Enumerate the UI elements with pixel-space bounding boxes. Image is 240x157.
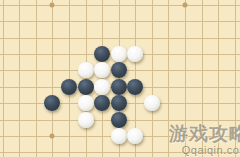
black-stone <box>111 79 127 95</box>
white-stone <box>127 128 143 144</box>
white-stone <box>78 95 94 111</box>
grid-line-horizontal <box>0 21 240 22</box>
grid-line-horizontal <box>0 152 240 153</box>
grid-line-vertical <box>19 0 20 157</box>
white-stone <box>94 79 110 95</box>
grid-line-vertical <box>202 0 203 157</box>
grid-line-vertical <box>3 0 4 157</box>
star-point <box>182 3 187 8</box>
white-stone <box>78 62 94 78</box>
watermark-url: Qqaiqin.com <box>169 145 240 156</box>
black-stone <box>127 79 143 95</box>
watermark-title: 游戏攻略 <box>169 124 240 143</box>
grid-line-vertical <box>235 0 236 157</box>
white-stone <box>78 112 94 128</box>
black-stone <box>78 79 94 95</box>
black-stone <box>111 112 127 128</box>
grid-line-vertical <box>168 0 169 157</box>
star-point <box>182 133 187 138</box>
gomoku-board[interactable]: 游戏攻略 Qqaiqin.com <box>0 0 240 157</box>
white-stone <box>144 95 160 111</box>
grid-line-vertical <box>218 0 219 157</box>
star-point <box>50 133 55 138</box>
black-stone <box>111 62 127 78</box>
black-stone <box>61 79 77 95</box>
black-stone <box>94 95 110 111</box>
grid-line-horizontal <box>0 5 240 6</box>
star-point <box>50 3 55 8</box>
watermark: 游戏攻略 Qqaiqin.com <box>169 124 240 156</box>
grid-line-vertical <box>36 0 37 157</box>
grid-line-horizontal <box>0 38 240 39</box>
grid-line-vertical <box>152 0 153 157</box>
white-stone <box>111 46 127 62</box>
white-stone <box>127 46 143 62</box>
white-stone <box>111 128 127 144</box>
black-stone <box>44 95 60 111</box>
black-stone <box>94 46 110 62</box>
black-stone <box>111 95 127 111</box>
white-stone <box>94 62 110 78</box>
